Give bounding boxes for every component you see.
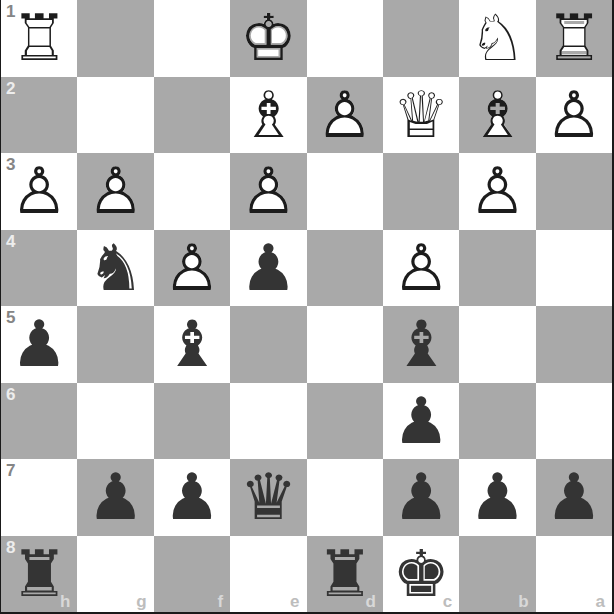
square-h4[interactable]: 4 bbox=[1, 230, 77, 307]
square-e4[interactable]: ♟ bbox=[230, 230, 306, 307]
piece-white-pawn[interactable]: ♟♙ bbox=[163, 236, 220, 300]
white-bishop-outline-glyph: ♗ bbox=[240, 78, 297, 152]
square-h5[interactable]: 5♟ bbox=[1, 306, 77, 383]
piece-white-queen[interactable]: ♛♕ bbox=[392, 83, 449, 147]
piece-black-bishop[interactable]: ♝ bbox=[392, 312, 449, 376]
piece-white-pawn[interactable]: ♟♙ bbox=[87, 159, 144, 223]
square-d1[interactable] bbox=[307, 0, 383, 77]
white-pawn-outline-glyph: ♙ bbox=[11, 154, 68, 228]
square-g1[interactable] bbox=[77, 0, 153, 77]
square-f7[interactable]: ♟ bbox=[154, 459, 230, 536]
piece-black-pawn[interactable]: ♟ bbox=[545, 465, 602, 529]
black-queen-glyph: ♛ bbox=[240, 460, 297, 534]
square-f5[interactable]: ♝ bbox=[154, 306, 230, 383]
black-rook-glyph: ♜ bbox=[11, 537, 68, 611]
square-d6[interactable] bbox=[307, 383, 383, 460]
square-f3[interactable] bbox=[154, 153, 230, 230]
square-g8[interactable]: g bbox=[77, 536, 153, 613]
piece-black-bishop[interactable]: ♝ bbox=[163, 312, 220, 376]
square-f2[interactable] bbox=[154, 77, 230, 154]
piece-white-king[interactable]: ♚♔ bbox=[240, 6, 297, 70]
white-rook-outline-glyph: ♖ bbox=[11, 1, 68, 75]
file-label-a: a bbox=[596, 593, 605, 610]
piece-white-pawn[interactable]: ♟♙ bbox=[392, 236, 449, 300]
piece-black-pawn[interactable]: ♟ bbox=[163, 465, 220, 529]
black-pawn-glyph: ♟ bbox=[545, 460, 602, 534]
square-d8[interactable]: d♜ bbox=[307, 536, 383, 613]
white-rook-outline-glyph: ♖ bbox=[545, 1, 602, 75]
black-bishop-glyph: ♝ bbox=[392, 307, 449, 381]
square-e3[interactable]: ♟♙ bbox=[230, 153, 306, 230]
square-c3[interactable] bbox=[383, 153, 459, 230]
chess-board: 1♜♖♚♔♞♘♜♖2♝♗♟♙♛♕♝♗♟♙3♟♙♟♙♟♙♟♙4♞♟♙♟♟♙5♟♝♝… bbox=[0, 0, 614, 614]
black-pawn-glyph: ♟ bbox=[469, 460, 526, 534]
rank-label-7: 7 bbox=[6, 462, 15, 479]
file-label-e: e bbox=[290, 593, 299, 610]
black-pawn-glyph: ♟ bbox=[392, 460, 449, 534]
piece-black-rook[interactable]: ♜ bbox=[11, 542, 68, 606]
square-b6[interactable] bbox=[459, 383, 535, 460]
piece-white-pawn[interactable]: ♟♙ bbox=[11, 159, 68, 223]
square-b5[interactable] bbox=[459, 306, 535, 383]
square-g2[interactable] bbox=[77, 77, 153, 154]
piece-white-pawn[interactable]: ♟♙ bbox=[240, 159, 297, 223]
piece-black-pawn[interactable]: ♟ bbox=[240, 236, 297, 300]
square-a3[interactable] bbox=[536, 153, 612, 230]
square-f8[interactable]: f bbox=[154, 536, 230, 613]
square-a6[interactable] bbox=[536, 383, 612, 460]
square-c5[interactable]: ♝ bbox=[383, 306, 459, 383]
square-a7[interactable]: ♟ bbox=[536, 459, 612, 536]
square-g6[interactable] bbox=[77, 383, 153, 460]
square-e8[interactable]: e bbox=[230, 536, 306, 613]
rank-label-4: 4 bbox=[6, 233, 15, 250]
white-pawn-outline-glyph: ♙ bbox=[163, 231, 220, 305]
file-label-g: g bbox=[136, 593, 146, 610]
square-c1[interactable] bbox=[383, 0, 459, 77]
white-pawn-outline-glyph: ♙ bbox=[545, 78, 602, 152]
square-a2[interactable]: ♟♙ bbox=[536, 77, 612, 154]
square-d5[interactable] bbox=[307, 306, 383, 383]
square-a4[interactable] bbox=[536, 230, 612, 307]
piece-black-king[interactable]: ♚ bbox=[392, 542, 449, 606]
white-bishop-outline-glyph: ♗ bbox=[469, 78, 526, 152]
piece-white-pawn[interactable]: ♟♙ bbox=[316, 83, 373, 147]
black-rook-glyph: ♜ bbox=[316, 537, 373, 611]
white-pawn-outline-glyph: ♙ bbox=[316, 78, 373, 152]
square-g7[interactable]: ♟ bbox=[77, 459, 153, 536]
white-king-outline-glyph: ♔ bbox=[240, 1, 297, 75]
square-e7[interactable]: ♛ bbox=[230, 459, 306, 536]
square-g5[interactable] bbox=[77, 306, 153, 383]
piece-black-pawn[interactable]: ♟ bbox=[11, 312, 68, 376]
piece-black-pawn[interactable]: ♟ bbox=[87, 465, 144, 529]
square-g4[interactable]: ♞ bbox=[77, 230, 153, 307]
white-pawn-outline-glyph: ♙ bbox=[240, 154, 297, 228]
square-h3[interactable]: 3♟♙ bbox=[1, 153, 77, 230]
square-a5[interactable] bbox=[536, 306, 612, 383]
square-e2[interactable]: ♝♗ bbox=[230, 77, 306, 154]
rank-label-2: 2 bbox=[6, 80, 15, 97]
piece-black-pawn[interactable]: ♟ bbox=[392, 389, 449, 453]
square-f4[interactable]: ♟♙ bbox=[154, 230, 230, 307]
black-pawn-glyph: ♟ bbox=[11, 307, 68, 381]
square-c6[interactable]: ♟ bbox=[383, 383, 459, 460]
white-pawn-outline-glyph: ♙ bbox=[469, 154, 526, 228]
square-c8[interactable]: c♚ bbox=[383, 536, 459, 613]
square-a1[interactable]: ♜♖ bbox=[536, 0, 612, 77]
piece-black-queen[interactable]: ♛ bbox=[240, 465, 297, 529]
square-d2[interactable]: ♟♙ bbox=[307, 77, 383, 154]
square-h8[interactable]: 8h♜ bbox=[1, 536, 77, 613]
square-e5[interactable] bbox=[230, 306, 306, 383]
square-b8[interactable]: b bbox=[459, 536, 535, 613]
square-f1[interactable] bbox=[154, 0, 230, 77]
black-pawn-glyph: ♟ bbox=[392, 384, 449, 458]
white-pawn-outline-glyph: ♙ bbox=[87, 154, 144, 228]
square-c7[interactable]: ♟ bbox=[383, 459, 459, 536]
rank-label-6: 6 bbox=[6, 386, 15, 403]
square-e6[interactable] bbox=[230, 383, 306, 460]
square-g3[interactable]: ♟♙ bbox=[77, 153, 153, 230]
square-d4[interactable] bbox=[307, 230, 383, 307]
piece-black-pawn[interactable]: ♟ bbox=[392, 465, 449, 529]
white-pawn-outline-glyph: ♙ bbox=[392, 231, 449, 305]
piece-white-bishop[interactable]: ♝♗ bbox=[469, 83, 526, 147]
square-f6[interactable] bbox=[154, 383, 230, 460]
square-b3[interactable]: ♟♙ bbox=[459, 153, 535, 230]
square-b7[interactable]: ♟ bbox=[459, 459, 535, 536]
square-h2[interactable]: 2 bbox=[1, 77, 77, 154]
square-b4[interactable] bbox=[459, 230, 535, 307]
black-knight-glyph: ♞ bbox=[87, 231, 144, 305]
file-label-f: f bbox=[217, 593, 223, 610]
piece-white-rook[interactable]: ♜♖ bbox=[545, 6, 602, 70]
square-b2[interactable]: ♝♗ bbox=[459, 77, 535, 154]
black-pawn-glyph: ♟ bbox=[87, 460, 144, 534]
square-c4[interactable]: ♟♙ bbox=[383, 230, 459, 307]
piece-black-knight[interactable]: ♞ bbox=[87, 236, 144, 300]
square-c2[interactable]: ♛♕ bbox=[383, 77, 459, 154]
square-h7[interactable]: 7 bbox=[1, 459, 77, 536]
piece-black-rook[interactable]: ♜ bbox=[316, 542, 373, 606]
black-pawn-glyph: ♟ bbox=[240, 231, 297, 305]
black-king-glyph: ♚ bbox=[392, 537, 449, 611]
white-knight-outline-glyph: ♘ bbox=[469, 1, 526, 75]
piece-white-bishop[interactable]: ♝♗ bbox=[240, 83, 297, 147]
black-bishop-glyph: ♝ bbox=[163, 307, 220, 381]
square-a8[interactable]: a bbox=[536, 536, 612, 613]
square-d3[interactable] bbox=[307, 153, 383, 230]
piece-white-pawn[interactable]: ♟♙ bbox=[545, 83, 602, 147]
square-h1[interactable]: 1♜♖ bbox=[1, 0, 77, 77]
square-e1[interactable]: ♚♔ bbox=[230, 0, 306, 77]
piece-white-rook[interactable]: ♜♖ bbox=[11, 6, 68, 70]
piece-white-knight[interactable]: ♞♘ bbox=[469, 6, 526, 70]
square-h6[interactable]: 6 bbox=[1, 383, 77, 460]
file-label-b: b bbox=[518, 593, 528, 610]
piece-black-pawn[interactable]: ♟ bbox=[469, 465, 526, 529]
black-pawn-glyph: ♟ bbox=[163, 460, 220, 534]
square-b1[interactable]: ♞♘ bbox=[459, 0, 535, 77]
square-d7[interactable] bbox=[307, 459, 383, 536]
piece-white-pawn[interactable]: ♟♙ bbox=[469, 159, 526, 223]
white-queen-outline-glyph: ♕ bbox=[392, 78, 449, 152]
